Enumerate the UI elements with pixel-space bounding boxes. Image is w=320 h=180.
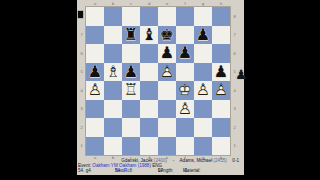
square-h2	[212, 118, 230, 137]
coord-label: 5	[77, 63, 86, 82]
material-value: -1	[183, 169, 187, 174]
square-f7	[176, 26, 194, 45]
square-d7: ♝	[140, 26, 158, 45]
white-pawn-piece: ♟♙	[194, 81, 212, 100]
coord-label: d	[140, 0, 158, 7]
black-king-piece: ♚	[158, 26, 176, 45]
black-rook-piece: ♜	[122, 26, 140, 45]
coord-label: 6	[230, 44, 239, 63]
coord-label: 1	[77, 137, 86, 156]
square-f2	[176, 118, 194, 137]
square-h7	[212, 26, 230, 45]
video-frame: abcdefgh 87654321 87654321 abcdefgh ♜♝♚♟…	[0, 0, 320, 180]
white-pawn-piece: ♟♙	[176, 100, 194, 119]
coord-label: 2	[77, 118, 86, 137]
board: ♜♝♚♟♟♟♟♝♗♟♟♙♟♟♙♜♖♚♔♟♙♟♙♟♙	[86, 7, 230, 155]
square-f5	[176, 63, 194, 82]
square-a4: ♟♙	[86, 81, 104, 100]
square-b4	[104, 81, 122, 100]
square-g2	[194, 118, 212, 137]
square-c1	[122, 137, 140, 156]
black-pawn-piece: ♟	[158, 44, 176, 63]
square-d1	[140, 137, 158, 156]
square-c3	[122, 100, 140, 119]
square-g6	[194, 44, 212, 63]
square-e2	[158, 118, 176, 137]
coord-label: 1	[230, 137, 239, 156]
coord-label: 3	[77, 100, 86, 119]
coord-label: a	[86, 0, 104, 7]
square-g7: ♟	[194, 26, 212, 45]
square-d5	[140, 63, 158, 82]
square-d2	[140, 118, 158, 137]
black-pawn-piece: ♟	[86, 63, 104, 82]
square-b6	[104, 44, 122, 63]
square-e8	[158, 7, 176, 26]
square-e1	[158, 137, 176, 156]
square-h1	[212, 137, 230, 156]
square-c5: ♟	[122, 63, 140, 82]
square-a2	[86, 118, 104, 137]
file-labels-top: abcdefgh	[86, 0, 230, 7]
material-advantage-pawn-icon: ♟	[235, 67, 247, 82]
coord-label: 4	[230, 81, 239, 100]
square-e4	[158, 81, 176, 100]
square-c8	[122, 7, 140, 26]
square-h8	[212, 7, 230, 26]
square-f6: ♟	[176, 44, 194, 63]
coord-label: b	[104, 0, 122, 7]
black-player-elo: (2455)	[214, 158, 227, 163]
coord-label: 6	[77, 44, 86, 63]
square-d6	[140, 44, 158, 63]
coord-label: 2	[230, 118, 239, 137]
square-f8	[176, 7, 194, 26]
black-pawn-piece: ♟	[122, 63, 140, 82]
white-pawn-piece: ♟♙	[212, 81, 230, 100]
game-result: 0-1	[232, 158, 239, 163]
last-move: 54. g4	[78, 169, 91, 174]
square-h4: ♟♙	[212, 81, 230, 100]
square-g5	[194, 63, 212, 82]
square-a6	[86, 44, 104, 63]
chess-panel: abcdefgh 87654321 87654321 abcdefgh ♜♝♚♟…	[77, 0, 244, 175]
white-king-piece: ♚♔	[176, 81, 194, 100]
coord-label: h	[212, 0, 230, 7]
square-b5: ♝♗	[104, 63, 122, 82]
square-e7: ♚	[158, 26, 176, 45]
coord-label: 4	[77, 81, 86, 100]
square-g3	[194, 100, 212, 119]
square-d8	[140, 7, 158, 26]
square-g4: ♟♙	[194, 81, 212, 100]
coord-label: e	[158, 0, 176, 7]
next-move-value: 54...Rc8	[115, 169, 132, 174]
white-pawn-piece: ♟♙	[86, 81, 104, 100]
square-h6	[212, 44, 230, 63]
coord-label: 7	[230, 26, 239, 45]
square-b8	[104, 7, 122, 26]
square-d3	[140, 100, 158, 119]
coord-label: c	[122, 0, 140, 7]
black-pawn-piece: ♟	[176, 44, 194, 63]
black-player-name: Adams, Michael	[180, 158, 213, 163]
square-b1	[104, 137, 122, 156]
event-label: Event:	[78, 163, 91, 168]
square-g8	[194, 7, 212, 26]
square-a8	[86, 7, 104, 26]
white-pawn-piece: ♟♙	[158, 63, 176, 82]
square-b7	[104, 26, 122, 45]
coord-label: 3	[230, 100, 239, 119]
coord-label: g	[194, 0, 212, 7]
square-a1	[86, 137, 104, 156]
white-bishop-piece: ♝♗	[104, 63, 122, 82]
square-a3	[86, 100, 104, 119]
square-e3	[158, 100, 176, 119]
event-link: Oakham YM Oakham (1988)	[92, 163, 151, 168]
coord-label: 8	[230, 7, 239, 26]
square-h3	[212, 100, 230, 119]
players-separator: -	[173, 158, 175, 163]
square-c7: ♜	[122, 26, 140, 45]
black-pawn-piece: ♟	[194, 26, 212, 45]
black-bishop-piece: ♝	[140, 26, 158, 45]
square-c2	[122, 118, 140, 137]
square-c6	[122, 44, 140, 63]
white-rook-piece: ♜♖	[122, 81, 140, 100]
square-g1	[194, 137, 212, 156]
square-b2	[104, 118, 122, 137]
rank-labels-left: 87654321	[77, 7, 86, 155]
move-info-line: 54. g4 Next: 54...Rc8 Length: 97 Materia…	[77, 169, 244, 174]
square-e5: ♟♙	[158, 63, 176, 82]
square-b3	[104, 100, 122, 119]
square-f3: ♟♙	[176, 100, 194, 119]
square-a5: ♟	[86, 63, 104, 82]
black-pawn-piece: ♟	[212, 63, 230, 82]
square-f4: ♚♔	[176, 81, 194, 100]
length-value: 97	[158, 169, 163, 174]
event-suffix: ENG	[152, 163, 162, 168]
square-d4	[140, 81, 158, 100]
square-a7	[86, 26, 104, 45]
coord-label: f	[176, 0, 194, 7]
square-c4: ♜♖	[122, 81, 140, 100]
square-h5: ♟	[212, 63, 230, 82]
coord-label: 7	[77, 26, 86, 45]
square-e6: ♟	[158, 44, 176, 63]
black-to-move-indicator-icon	[78, 11, 83, 18]
square-f1	[176, 137, 194, 156]
